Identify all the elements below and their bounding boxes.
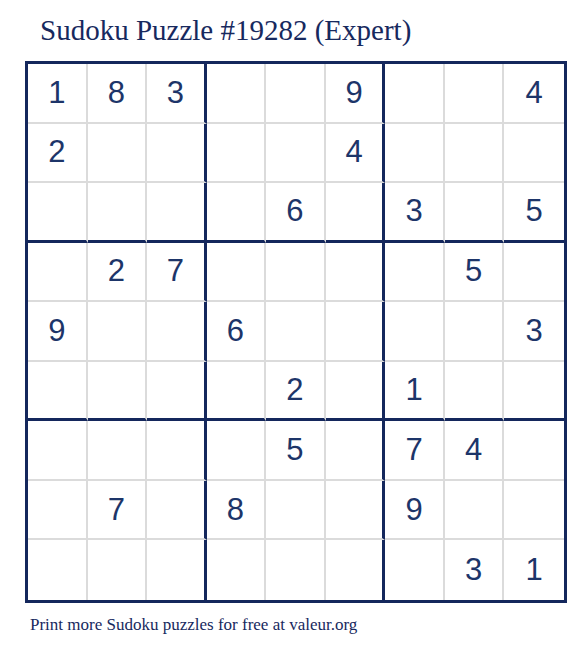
cell-r2c4[interactable] xyxy=(207,124,267,184)
footer-note: Print more Sudoku puzzles for free at va… xyxy=(30,613,357,637)
cell-r5c3[interactable] xyxy=(147,302,207,362)
cell-r4c9[interactable] xyxy=(504,243,564,303)
cell-r3c3[interactable] xyxy=(147,183,207,243)
cell-r6c6[interactable] xyxy=(326,362,386,422)
cell-r7c2[interactable] xyxy=(88,421,148,481)
cell-r1c4[interactable] xyxy=(207,64,267,124)
cell-r2c9[interactable] xyxy=(504,124,564,184)
cell-r8c8[interactable] xyxy=(445,481,505,541)
cell-r8c5[interactable] xyxy=(266,481,326,541)
cell-r6c9[interactable] xyxy=(504,362,564,422)
cell-r8c4[interactable]: 8 xyxy=(207,481,267,541)
cell-r4c7[interactable] xyxy=(385,243,445,303)
cell-r5c1[interactable]: 9 xyxy=(28,302,88,362)
cell-r2c6[interactable]: 4 xyxy=(326,124,386,184)
cell-r6c2[interactable] xyxy=(88,362,148,422)
cell-r5c2[interactable] xyxy=(88,302,148,362)
cell-r8c7[interactable]: 9 xyxy=(385,481,445,541)
cell-r9c1[interactable] xyxy=(28,540,88,600)
cell-r1c5[interactable] xyxy=(266,64,326,124)
cell-r2c7[interactable] xyxy=(385,124,445,184)
cell-r5c4[interactable]: 6 xyxy=(207,302,267,362)
cell-r4c3[interactable]: 7 xyxy=(147,243,207,303)
cell-r8c1[interactable] xyxy=(28,481,88,541)
cell-r7c6[interactable] xyxy=(326,421,386,481)
cell-r9c7[interactable] xyxy=(385,540,445,600)
cell-r9c4[interactable] xyxy=(207,540,267,600)
cell-r3c6[interactable] xyxy=(326,183,386,243)
cell-r5c9[interactable]: 3 xyxy=(504,302,564,362)
cell-r8c6[interactable] xyxy=(326,481,386,541)
cell-r2c8[interactable] xyxy=(445,124,505,184)
cell-r9c8[interactable]: 3 xyxy=(445,540,505,600)
cell-r7c4[interactable] xyxy=(207,421,267,481)
cell-r8c2[interactable]: 7 xyxy=(88,481,148,541)
cell-r9c2[interactable] xyxy=(88,540,148,600)
cell-r4c6[interactable] xyxy=(326,243,386,303)
cell-r8c3[interactable] xyxy=(147,481,207,541)
cell-r1c9[interactable]: 4 xyxy=(504,64,564,124)
cell-r7c7[interactable]: 7 xyxy=(385,421,445,481)
cell-r3c1[interactable] xyxy=(28,183,88,243)
cell-r2c5[interactable] xyxy=(266,124,326,184)
cell-r1c1[interactable]: 1 xyxy=(28,64,88,124)
cell-r7c9[interactable] xyxy=(504,421,564,481)
cell-r7c5[interactable]: 5 xyxy=(266,421,326,481)
cell-r4c4[interactable] xyxy=(207,243,267,303)
cell-r1c8[interactable] xyxy=(445,64,505,124)
cell-r1c7[interactable] xyxy=(385,64,445,124)
cell-r9c6[interactable] xyxy=(326,540,386,600)
cell-r1c6[interactable]: 9 xyxy=(326,64,386,124)
cell-r6c3[interactable] xyxy=(147,362,207,422)
cell-r9c5[interactable] xyxy=(266,540,326,600)
cell-r7c1[interactable] xyxy=(28,421,88,481)
cell-r6c5[interactable]: 2 xyxy=(266,362,326,422)
cell-r6c4[interactable] xyxy=(207,362,267,422)
cell-r4c5[interactable] xyxy=(266,243,326,303)
cell-r3c2[interactable] xyxy=(88,183,148,243)
cell-r9c3[interactable] xyxy=(147,540,207,600)
cell-r2c3[interactable] xyxy=(147,124,207,184)
cell-r5c8[interactable] xyxy=(445,302,505,362)
cell-r3c8[interactable] xyxy=(445,183,505,243)
cell-r3c7[interactable]: 3 xyxy=(385,183,445,243)
sudoku-grid: 18394246352759632157478931 xyxy=(25,61,567,603)
cell-r3c5[interactable]: 6 xyxy=(266,183,326,243)
cell-r1c3[interactable]: 3 xyxy=(147,64,207,124)
cell-r9c9[interactable]: 1 xyxy=(504,540,564,600)
cell-r1c2[interactable]: 8 xyxy=(88,64,148,124)
cell-r6c1[interactable] xyxy=(28,362,88,422)
cell-r4c2[interactable]: 2 xyxy=(88,243,148,303)
cell-r5c6[interactable] xyxy=(326,302,386,362)
cell-r7c3[interactable] xyxy=(147,421,207,481)
cell-r5c5[interactable] xyxy=(266,302,326,362)
cell-r3c9[interactable]: 5 xyxy=(504,183,564,243)
cell-r6c8[interactable] xyxy=(445,362,505,422)
cell-r3c4[interactable] xyxy=(207,183,267,243)
page-title: Sudoku Puzzle #19282 (Expert) xyxy=(40,10,411,50)
cell-r8c9[interactable] xyxy=(504,481,564,541)
cell-r4c8[interactable]: 5 xyxy=(445,243,505,303)
cell-r7c8[interactable]: 4 xyxy=(445,421,505,481)
cell-r2c2[interactable] xyxy=(88,124,148,184)
cell-r5c7[interactable] xyxy=(385,302,445,362)
cell-r4c1[interactable] xyxy=(28,243,88,303)
cell-r6c7[interactable]: 1 xyxy=(385,362,445,422)
cell-r2c1[interactable]: 2 xyxy=(28,124,88,184)
